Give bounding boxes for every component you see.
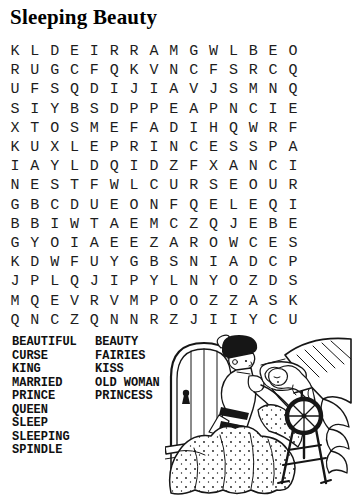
grid-cell: L bbox=[124, 176, 144, 195]
grid-cell: D bbox=[263, 272, 283, 291]
grid-cell: U bbox=[263, 176, 283, 195]
grid-cell: X bbox=[5, 119, 25, 138]
grid-cell: E bbox=[164, 100, 184, 119]
grid-cell: F bbox=[65, 253, 85, 272]
grid-cell: F bbox=[25, 80, 45, 99]
grid-cell: C bbox=[263, 157, 283, 176]
grid-cell: N bbox=[184, 253, 204, 272]
word-list-item: SLEEPING bbox=[12, 431, 77, 445]
grid-cell: F bbox=[84, 61, 104, 80]
grid-cell: A bbox=[223, 157, 243, 176]
grid-cell: R bbox=[184, 176, 204, 195]
grid-cell: O bbox=[124, 196, 144, 215]
grid-cell: N bbox=[184, 272, 204, 291]
grid-cell: E bbox=[223, 176, 243, 195]
grid-cell: A bbox=[184, 100, 204, 119]
grid-cell: M bbox=[243, 80, 263, 99]
grid-cell: N bbox=[164, 61, 184, 80]
grid-cell: E bbox=[283, 215, 303, 234]
grid-cell: A bbox=[84, 234, 104, 253]
grid-cell: S bbox=[45, 80, 65, 99]
grid-cell: M bbox=[164, 42, 184, 61]
grid-cell: S bbox=[243, 138, 263, 157]
grid-cell: P bbox=[283, 253, 303, 272]
grid-cell: L bbox=[223, 196, 243, 215]
grid-cell: B bbox=[243, 42, 263, 61]
grid-cell: Q bbox=[223, 119, 243, 138]
grid-cell: Y bbox=[45, 157, 65, 176]
grid-cell: E bbox=[104, 234, 124, 253]
grid-cell: F bbox=[124, 119, 144, 138]
grid-cell: E bbox=[243, 196, 263, 215]
word-list-col2: BEAUTYFAIRIESKISSOLD WOMANPRINCESS bbox=[95, 336, 160, 404]
grid-cell: K bbox=[124, 61, 144, 80]
grid-cell: M bbox=[84, 119, 104, 138]
grid-cell: V bbox=[104, 291, 124, 310]
grid-cell: Z bbox=[164, 311, 184, 330]
grid-cell: L bbox=[223, 42, 243, 61]
grid-cell: F bbox=[84, 176, 104, 195]
grid-cell: E bbox=[124, 234, 144, 253]
grid-cell: G bbox=[184, 42, 204, 61]
grid-cell: L bbox=[65, 138, 85, 157]
grid-cell: O bbox=[45, 234, 65, 253]
grid-cell: S bbox=[283, 272, 303, 291]
grid-cell: U bbox=[84, 253, 104, 272]
grid-cell: W bbox=[223, 234, 243, 253]
grid-cell: J bbox=[124, 80, 144, 99]
grid-cell: R bbox=[184, 234, 204, 253]
grid-cell: A bbox=[164, 234, 184, 253]
grid-cell: C bbox=[45, 311, 65, 330]
grid-cell: R bbox=[243, 61, 263, 80]
grid-cell: Z bbox=[65, 311, 85, 330]
grid-cell: L bbox=[25, 42, 45, 61]
grid-cell: P bbox=[144, 291, 164, 310]
grid-cell: F bbox=[164, 196, 184, 215]
grid-cell: J bbox=[204, 80, 224, 99]
grid-cell: N bbox=[263, 80, 283, 99]
grid-cell: C bbox=[45, 196, 65, 215]
grid-cell: Y bbox=[144, 272, 164, 291]
grid-cell: Q bbox=[263, 196, 283, 215]
grid-cell: C bbox=[184, 138, 204, 157]
grid-cell: P bbox=[104, 138, 124, 157]
grid-cell: K bbox=[5, 138, 25, 157]
grid-cell: E bbox=[204, 138, 224, 157]
grid-cell: O bbox=[164, 291, 184, 310]
grid-cell: O bbox=[45, 119, 65, 138]
grid-cell: A bbox=[164, 80, 184, 99]
grid-cell: C bbox=[184, 61, 204, 80]
grid-cell: A bbox=[25, 157, 45, 176]
grid-cell: I bbox=[5, 157, 25, 176]
grid-cell: B bbox=[65, 100, 85, 119]
grid-cell: A bbox=[223, 253, 243, 272]
grid-cell: D bbox=[144, 157, 164, 176]
grid-cell: P bbox=[263, 138, 283, 157]
grid-cell: U bbox=[25, 61, 45, 80]
grid-cell: N bbox=[104, 311, 124, 330]
grid-cell: Q bbox=[104, 157, 124, 176]
grid-cell: Z bbox=[144, 234, 164, 253]
grid-cell: I bbox=[104, 272, 124, 291]
grid-cell: E bbox=[263, 42, 283, 61]
grid-cell: U bbox=[5, 80, 25, 99]
grid-cell: K bbox=[283, 291, 303, 310]
grid-cell: Q bbox=[5, 311, 25, 330]
grid-cell: G bbox=[5, 196, 25, 215]
grid-cell: O bbox=[283, 42, 303, 61]
grid-cell: O bbox=[223, 272, 243, 291]
grid-cell: W bbox=[104, 176, 124, 195]
grid-cell: A bbox=[283, 138, 303, 157]
grid-cell: G bbox=[45, 61, 65, 80]
grid-cell: E bbox=[243, 215, 263, 234]
grid-cell: N bbox=[144, 196, 164, 215]
grid-cell: E bbox=[104, 119, 124, 138]
grid-cell: F bbox=[204, 61, 224, 80]
grid-cell: J bbox=[184, 311, 204, 330]
grid-cell: E bbox=[65, 42, 85, 61]
grid-cell: P bbox=[204, 100, 224, 119]
grid-cell: Y bbox=[204, 272, 224, 291]
grid-cell: Q bbox=[184, 196, 204, 215]
grid-cell: R bbox=[283, 176, 303, 195]
grid-cell: B bbox=[5, 215, 25, 234]
grid-cell: L bbox=[164, 272, 184, 291]
grid-cell: F bbox=[283, 119, 303, 138]
grid-cell: N bbox=[164, 138, 184, 157]
grid-cell: N bbox=[5, 176, 25, 195]
word-list-item: BEAUTIFUL bbox=[12, 336, 77, 350]
grid-cell: Z bbox=[164, 157, 184, 176]
grid-cell: E bbox=[204, 196, 224, 215]
grid-cell: Q bbox=[283, 61, 303, 80]
word-list-col1: BEAUTIFULCURSEKINGMARRIEDPRINCEQUEENSLEE… bbox=[12, 336, 77, 458]
grid-cell: N bbox=[124, 311, 144, 330]
grid-cell: I bbox=[204, 253, 224, 272]
grid-cell: A bbox=[104, 215, 124, 234]
grid-cell: E bbox=[263, 234, 283, 253]
grid-cell: I bbox=[204, 311, 224, 330]
grid-cell: K bbox=[5, 253, 25, 272]
grid-cell: S bbox=[223, 80, 243, 99]
grid-cell: C bbox=[263, 311, 283, 330]
grid-cell: Q bbox=[283, 80, 303, 99]
grid-cell: E bbox=[104, 196, 124, 215]
grid-cell: Q bbox=[65, 272, 85, 291]
grid-cell: P bbox=[144, 100, 164, 119]
grid-cell: D bbox=[164, 119, 184, 138]
grid-cell: U bbox=[25, 138, 45, 157]
grid-cell: S bbox=[65, 119, 85, 138]
grid-cell: Z bbox=[223, 291, 243, 310]
grid-cell: C bbox=[164, 215, 184, 234]
grid-cell: P bbox=[124, 100, 144, 119]
grid-cell: E bbox=[124, 215, 144, 234]
grid-cell: I bbox=[104, 80, 124, 99]
grid-cell: I bbox=[144, 80, 164, 99]
grid-cell: I bbox=[223, 311, 243, 330]
grid-cell: B bbox=[25, 196, 45, 215]
grid-cell: S bbox=[283, 234, 303, 253]
grid-cell: C bbox=[65, 61, 85, 80]
grid-cell: M bbox=[124, 291, 144, 310]
grid-cell: E bbox=[45, 291, 65, 310]
word-list-item: QUEEN bbox=[12, 404, 77, 418]
grid-cell: T bbox=[65, 176, 85, 195]
grid-cell: H bbox=[204, 119, 224, 138]
grid-cell: Q bbox=[84, 311, 104, 330]
grid-cell: D bbox=[25, 253, 45, 272]
grid-cell: Z bbox=[243, 272, 263, 291]
word-list-item: SPINDLE bbox=[12, 444, 77, 458]
word-list-item: PRINCE bbox=[12, 390, 77, 404]
grid-cell: I bbox=[184, 119, 204, 138]
grid-cell: R bbox=[104, 42, 124, 61]
grid-cell: D bbox=[243, 253, 263, 272]
grid-cell: N bbox=[223, 100, 243, 119]
grid-cell: S bbox=[204, 176, 224, 195]
grid-cell: A bbox=[243, 291, 263, 310]
grid-cell: Y bbox=[25, 234, 45, 253]
grid-cell: P bbox=[25, 272, 45, 291]
grid-cell: C bbox=[263, 253, 283, 272]
grid-cell: N bbox=[25, 311, 45, 330]
grid-cell: V bbox=[144, 61, 164, 80]
grid-cell: O bbox=[184, 291, 204, 310]
grid-cell: B bbox=[263, 215, 283, 234]
word-list-item: OLD WOMAN bbox=[95, 377, 160, 391]
grid-cell: S bbox=[223, 138, 243, 157]
grid-cell: A bbox=[144, 119, 164, 138]
grid-cell: I bbox=[144, 138, 164, 157]
word-list-item: SLEEP bbox=[12, 417, 77, 431]
grid-cell: J bbox=[84, 272, 104, 291]
grid-cell: S bbox=[5, 100, 25, 119]
grid-cell: Y bbox=[243, 311, 263, 330]
grid-cell: L bbox=[45, 272, 65, 291]
grid-cell: C bbox=[243, 100, 263, 119]
grid-cell: S bbox=[84, 100, 104, 119]
word-list-item: KING bbox=[12, 363, 77, 377]
grid-cell: E bbox=[283, 100, 303, 119]
grid-cell: S bbox=[263, 291, 283, 310]
grid-cell: W bbox=[45, 253, 65, 272]
grid-cell: B bbox=[25, 215, 45, 234]
grid-cell: I bbox=[263, 100, 283, 119]
grid-cell: E bbox=[84, 138, 104, 157]
grid-cell: U bbox=[84, 196, 104, 215]
grid-cell: Q bbox=[25, 291, 45, 310]
grid-cell: I bbox=[84, 42, 104, 61]
grid-cell: Q bbox=[65, 80, 85, 99]
grid-cell: J bbox=[5, 272, 25, 291]
grid-cell: S bbox=[223, 61, 243, 80]
grid-cell: E bbox=[25, 176, 45, 195]
scene-illustration bbox=[165, 331, 353, 496]
grid-cell: I bbox=[283, 196, 303, 215]
grid-cell: M bbox=[144, 215, 164, 234]
word-list-item: PRINCESS bbox=[95, 390, 160, 404]
word-list-item: FAIRIES bbox=[95, 350, 160, 364]
grid-cell: U bbox=[283, 311, 303, 330]
grid-cell: D bbox=[84, 80, 104, 99]
grid-cell: D bbox=[45, 42, 65, 61]
grid-cell: R bbox=[124, 138, 144, 157]
grid-cell: R bbox=[84, 291, 104, 310]
grid-cell: J bbox=[223, 215, 243, 234]
grid-cell: N bbox=[243, 157, 263, 176]
grid-cell: Z bbox=[204, 291, 224, 310]
grid-cell: B bbox=[144, 253, 164, 272]
grid-cell: I bbox=[25, 100, 45, 119]
grid-cell: U bbox=[164, 176, 184, 195]
grid-cell: D bbox=[84, 157, 104, 176]
grid-cell: R bbox=[144, 311, 164, 330]
grid-cell: I bbox=[45, 215, 65, 234]
grid-cell: C bbox=[243, 234, 263, 253]
puzzle-title: Sleeping Beauty bbox=[10, 5, 157, 30]
grid-cell: G bbox=[5, 234, 25, 253]
grid-cell: C bbox=[144, 176, 164, 195]
word-list-item: BEAUTY bbox=[95, 336, 160, 350]
worksheet-page: Sleeping Beauty KLDEIRRAMGWLBEORUGCFQKVN… bbox=[0, 0, 353, 500]
grid-cell: R bbox=[263, 119, 283, 138]
grid-cell: D bbox=[104, 100, 124, 119]
grid-cell: R bbox=[5, 61, 25, 80]
grid-cell: Z bbox=[184, 215, 204, 234]
grid-cell: L bbox=[65, 157, 85, 176]
word-list-item: MARRIED bbox=[12, 377, 77, 391]
word-list-item: KISS bbox=[95, 363, 160, 377]
grid-cell: S bbox=[164, 253, 184, 272]
grid-cell: C bbox=[263, 61, 283, 80]
grid-cell: Q bbox=[204, 215, 224, 234]
grid-cell: I bbox=[124, 157, 144, 176]
grid-cell: T bbox=[84, 215, 104, 234]
grid-cell: D bbox=[65, 196, 85, 215]
grid-cell: I bbox=[65, 234, 85, 253]
grid-cell: W bbox=[243, 119, 263, 138]
grid-cell: W bbox=[204, 42, 224, 61]
grid-cell: X bbox=[45, 138, 65, 157]
grid-cell: T bbox=[25, 119, 45, 138]
grid-cell: F bbox=[184, 157, 204, 176]
word-list-item: CURSE bbox=[12, 350, 77, 364]
grid-cell: V bbox=[184, 80, 204, 99]
grid-cell: A bbox=[144, 42, 164, 61]
grid-cell: X bbox=[204, 157, 224, 176]
grid-cell: Y bbox=[104, 253, 124, 272]
grid-cell: Q bbox=[104, 61, 124, 80]
word-search-grid: KLDEIRRAMGWLBEORUGCFQKVNCFSRCQUFSQDIJIAV… bbox=[5, 42, 303, 330]
grid-cell: V bbox=[65, 291, 85, 310]
grid-cell: M bbox=[5, 291, 25, 310]
grid-cell: R bbox=[124, 42, 144, 61]
grid-cell: O bbox=[204, 234, 224, 253]
grid-cell: K bbox=[5, 42, 25, 61]
grid-cell: O bbox=[243, 176, 263, 195]
grid-cell: P bbox=[124, 272, 144, 291]
grid-cell: W bbox=[65, 215, 85, 234]
grid-cell: S bbox=[45, 176, 65, 195]
grid-cell: I bbox=[283, 157, 303, 176]
grid-cell: G bbox=[124, 253, 144, 272]
grid-cell: Y bbox=[45, 100, 65, 119]
